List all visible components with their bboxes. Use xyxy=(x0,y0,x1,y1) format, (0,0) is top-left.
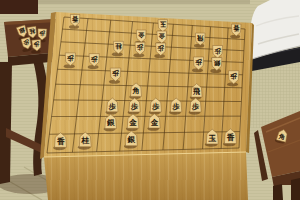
shogi-piece-歩[interactable]: 歩 xyxy=(88,54,100,69)
piece-kanji: 歩 xyxy=(151,102,160,111)
piece-kanji: 歩 xyxy=(108,102,117,111)
piece-kanji: 歩 xyxy=(214,46,222,54)
shogi-piece-香[interactable]: 香 xyxy=(230,24,241,38)
shogi-piece-歩[interactable]: 歩 xyxy=(109,68,121,84)
shogi-piece-歩[interactable]: 歩 xyxy=(64,53,76,68)
piece-kanji: 香 xyxy=(71,15,79,23)
shogi-piece-香[interactable]: 香 xyxy=(69,14,80,28)
piece-kanji: 飛 xyxy=(196,34,204,42)
piece-kanji: 角 xyxy=(132,86,140,95)
shogi-board: 香玉香金金飛桂歩歩歩歩歩歩銀歩歩角飛歩歩歩歩歩銀金金香桂銀玉香 xyxy=(40,12,254,200)
shogi-piece-桂[interactable]: 桂 xyxy=(112,41,123,56)
piece-kanji: 金 xyxy=(128,118,137,127)
shogi-piece-歩[interactable]: 歩 xyxy=(192,57,204,72)
shogi-piece-歩[interactable]: 歩 xyxy=(227,71,239,87)
piece-kanji: 香 xyxy=(227,133,236,142)
tatami-between-legs xyxy=(282,185,292,200)
shogi-piece-銀[interactable]: 銀 xyxy=(210,58,222,73)
piece-kanji: 歩 xyxy=(136,43,144,51)
piece-kanji: 玉 xyxy=(207,134,216,143)
piece-kanji: 歩 xyxy=(195,58,203,66)
board-front-grain xyxy=(44,152,248,200)
piece-kanji: 桂 xyxy=(29,28,37,35)
shogi-piece-飛[interactable]: 飛 xyxy=(194,33,205,48)
dark-background-corner xyxy=(0,0,38,14)
piece-kanji: 飛 xyxy=(192,87,200,96)
tatami-top-seam xyxy=(36,0,250,4)
piece-kanji: 銀 xyxy=(127,135,136,144)
shogi-photo-scene: 銀桂歩歩歩 角 香玉香金金飛桂歩歩歩歩歩歩銀歩歩角飛歩歩歩歩歩銀金金香桂銀玉香 xyxy=(0,0,300,200)
piece-kanji: 歩 xyxy=(157,44,165,52)
komadai-right-leg xyxy=(273,184,283,200)
piece-kanji: 歩 xyxy=(230,72,238,80)
piece-kanji: 金 xyxy=(158,32,166,40)
piece-kanji: 銀 xyxy=(106,118,115,127)
piece-kanji: 桂 xyxy=(80,136,89,145)
piece-kanji: 歩 xyxy=(130,102,139,111)
piece-kanji: 玉 xyxy=(160,21,167,28)
piece-kanji: 歩 xyxy=(112,69,120,77)
shogi-piece-歩[interactable]: 歩 xyxy=(134,42,145,57)
piece-kanji: 銀 xyxy=(213,59,221,67)
shogi-photo: 銀桂歩歩歩 角 香玉香金金飛桂歩歩歩歩歩歩銀歩歩角飛歩歩歩歩歩銀金金香桂銀玉香 xyxy=(0,0,300,200)
piece-kanji: 歩 xyxy=(171,102,180,111)
piece-kanji: 歩 xyxy=(91,55,99,63)
komadai-right-leg xyxy=(291,178,300,200)
piece-kanji: 歩 xyxy=(191,102,200,111)
shogi-piece-歩[interactable]: 歩 xyxy=(154,43,165,58)
piece-kanji: 歩 xyxy=(67,54,75,62)
komadai-left-leg xyxy=(0,62,12,184)
piece-kanji: 金 xyxy=(150,118,159,127)
piece-kanji: 香 xyxy=(232,24,240,32)
piece-kanji: 香 xyxy=(57,137,66,146)
piece-kanji: 桂 xyxy=(115,42,123,50)
piece-kanji: 金 xyxy=(137,31,145,39)
